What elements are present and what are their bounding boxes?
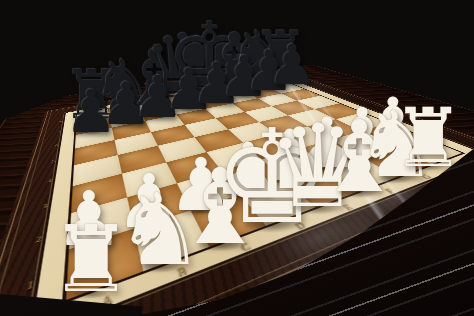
chess-table-photo: A B C D E F G H 1 2 3 4 5 6 7 8 ♜♞♝♛♚♝♞♜… bbox=[0, 0, 474, 316]
black-pawn-h7[interactable]: ♟ bbox=[268, 38, 318, 93]
white-rook-h1[interactable]: ♜ bbox=[392, 96, 465, 177]
